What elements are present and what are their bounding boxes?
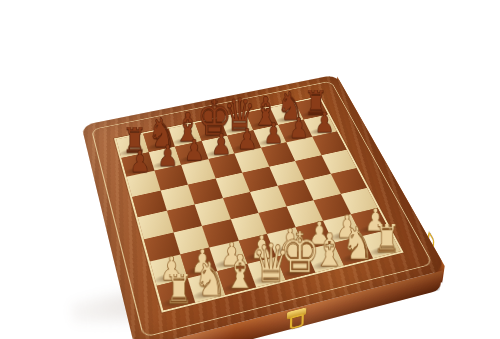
square-c7: ♟ — [175, 141, 208, 165]
square-a5 — [132, 190, 166, 217]
scene-3d: ♜♞♝♚♛♝♞♜♟♟♟♟♟♟♟♟♟♟♟♟♟♟♟♟♜♞♝♛♚♝♞♜ — [0, 0, 500, 339]
white-queen-d1: ♛ — [252, 242, 290, 284]
brass-clasp-right-icon — [425, 239, 434, 260]
black-pawn-c7: ♟ — [184, 139, 205, 162]
square-a6 — [127, 171, 161, 197]
black-pawn-f7: ♟ — [263, 122, 283, 145]
square-a7: ♟ — [121, 152, 154, 177]
black-pawn-a7: ♟ — [130, 150, 151, 174]
white-rook-h1: ♜ — [373, 224, 401, 255]
square-b7: ♟ — [148, 146, 181, 170]
black-pawn-e7: ♟ — [237, 128, 258, 151]
brass-clasp-front-icon — [287, 307, 306, 319]
white-bishop-c1: ♝ — [224, 254, 257, 291]
square-e7: ♟ — [227, 130, 260, 153]
chess-board: ♜♞♝♚♛♝♞♜♟♟♟♟♟♟♟♟♟♟♟♟♟♟♟♟♜♞♝♛♚♝♞♜ — [114, 96, 404, 312]
white-rook-a1: ♜ — [165, 274, 194, 306]
square-b4 — [166, 204, 201, 232]
black-pawn-b7: ♟ — [157, 144, 178, 167]
square-f7: ♟ — [253, 125, 287, 148]
black-pawn-g7: ♟ — [289, 117, 309, 140]
white-knight-g1: ♞ — [342, 226, 374, 262]
square-a1: ♜ — [157, 278, 195, 310]
black-pawn-d7: ♟ — [211, 133, 232, 156]
square-h4 — [330, 168, 366, 194]
white-knight-b1: ♞ — [193, 261, 227, 298]
black-pawn-h7: ♟ — [314, 112, 334, 135]
product-photo: ♜♞♝♚♛♝♞♜♟♟♟♟♟♟♟♟♟♟♟♟♟♟♟♟♜♞♝♛♚♝♞♜ — [0, 0, 500, 339]
folding-chess-case: ♜♞♝♚♛♝♞♜♟♟♟♟♟♟♟♟♟♟♟♟♟♟♟♟♜♞♝♛♚♝♞♜ — [81, 74, 446, 339]
